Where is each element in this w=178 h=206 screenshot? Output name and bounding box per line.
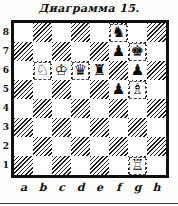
square-e1 bbox=[90, 156, 109, 175]
black-rook-piece: ♜ bbox=[93, 63, 106, 78]
white-king-piece: ♔ bbox=[55, 63, 68, 78]
file-label-b: b bbox=[33, 181, 52, 194]
square-b2 bbox=[33, 137, 52, 156]
square-g2 bbox=[128, 137, 147, 156]
square-b4 bbox=[33, 99, 52, 118]
square-d1 bbox=[71, 156, 90, 175]
square-a2 bbox=[14, 137, 33, 156]
square-b8 bbox=[33, 23, 52, 42]
file-label-e: e bbox=[90, 181, 109, 194]
square-c6: ♔ bbox=[52, 61, 71, 80]
square-e5 bbox=[90, 80, 109, 99]
square-c8 bbox=[52, 23, 71, 42]
square-h1 bbox=[147, 156, 166, 175]
square-f4 bbox=[109, 99, 128, 118]
file-labels: abcdefgh bbox=[14, 178, 169, 194]
file-label-c: c bbox=[52, 181, 71, 194]
rank-labels: 87654321 bbox=[1, 20, 11, 178]
piece-patch: ♘ bbox=[34, 62, 51, 80]
square-b7 bbox=[33, 42, 52, 61]
square-a6 bbox=[14, 61, 33, 80]
square-a1 bbox=[14, 156, 33, 175]
square-a5 bbox=[14, 80, 33, 99]
square-g6: ♟ bbox=[128, 61, 147, 80]
square-d5 bbox=[71, 80, 90, 99]
black-queen-piece: ♛ bbox=[74, 63, 87, 78]
square-b6: ♘ bbox=[33, 61, 52, 80]
square-g8 bbox=[128, 23, 147, 42]
file-label-h: h bbox=[147, 181, 166, 194]
square-f1 bbox=[109, 156, 128, 175]
square-d2 bbox=[71, 137, 90, 156]
rank-label-7: 7 bbox=[1, 42, 11, 61]
square-e7 bbox=[90, 42, 109, 61]
black-pawn-piece: ♟ bbox=[131, 63, 144, 78]
square-h8 bbox=[147, 23, 166, 42]
square-h4 bbox=[147, 99, 166, 118]
square-g3 bbox=[128, 118, 147, 137]
square-f2 bbox=[109, 137, 128, 156]
square-c7 bbox=[52, 42, 71, 61]
square-d7 bbox=[71, 42, 90, 61]
rank-label-4: 4 bbox=[1, 99, 11, 118]
square-f7: ♟ bbox=[109, 42, 128, 61]
square-h6 bbox=[147, 61, 166, 80]
black-knight-piece: ♞ bbox=[112, 25, 125, 40]
piece-patch: ♛ bbox=[72, 62, 89, 80]
square-c3 bbox=[52, 118, 71, 137]
square-g7: ♚ bbox=[128, 42, 147, 61]
square-e4 bbox=[90, 99, 109, 118]
square-h2 bbox=[147, 137, 166, 156]
chess-diagram: 87654321 ♞♟♚♘♔♛♜♟♟♗♖ abcdefgh bbox=[1, 20, 169, 194]
square-f5: ♟ bbox=[109, 80, 128, 99]
rank-label-2: 2 bbox=[1, 137, 11, 156]
file-label-f: f bbox=[109, 181, 128, 194]
file-label-d: d bbox=[71, 181, 90, 194]
rank-label-6: 6 bbox=[1, 61, 11, 80]
square-g1: ♖ bbox=[128, 156, 147, 175]
square-f8: ♞ bbox=[109, 23, 128, 42]
rank-label-8: 8 bbox=[1, 23, 11, 42]
square-d8 bbox=[71, 23, 90, 42]
square-h5 bbox=[147, 80, 166, 99]
square-g4 bbox=[128, 99, 147, 118]
square-h3 bbox=[147, 118, 166, 137]
rank-label-1: 1 bbox=[1, 156, 11, 175]
square-b1 bbox=[33, 156, 52, 175]
square-f3 bbox=[109, 118, 128, 137]
white-rook-piece: ♖ bbox=[131, 158, 144, 173]
square-c2 bbox=[52, 137, 71, 156]
square-e3 bbox=[90, 118, 109, 137]
square-e2 bbox=[90, 137, 109, 156]
square-e6: ♜ bbox=[90, 61, 109, 80]
piece-patch: ♖ bbox=[129, 157, 146, 175]
rank-label-3: 3 bbox=[1, 118, 11, 137]
piece-patch: ♞ bbox=[110, 24, 127, 42]
black-king-piece: ♚ bbox=[131, 44, 144, 59]
square-d3 bbox=[71, 118, 90, 137]
square-a4 bbox=[14, 99, 33, 118]
square-b3 bbox=[33, 118, 52, 137]
square-d4 bbox=[71, 99, 90, 118]
black-pawn-piece: ♟ bbox=[112, 82, 125, 97]
diagram-page: Диаграмма 15. 87654321 ♞♟♚♘♔♛♜♟♟♗♖ abcde… bbox=[0, 0, 178, 206]
square-b5 bbox=[33, 80, 52, 99]
bottom-rule bbox=[0, 203, 178, 204]
square-h7 bbox=[147, 42, 166, 61]
file-label-g: g bbox=[128, 181, 147, 194]
white-knight-piece: ♘ bbox=[36, 63, 49, 78]
file-label-a: a bbox=[14, 181, 33, 194]
square-a3 bbox=[14, 118, 33, 137]
board-wrap: 87654321 ♞♟♚♘♔♛♜♟♟♗♖ bbox=[1, 20, 169, 178]
square-e8 bbox=[90, 23, 109, 42]
square-c4 bbox=[52, 99, 71, 118]
chess-board: ♞♟♚♘♔♛♜♟♟♗♖ bbox=[11, 20, 169, 178]
square-d6: ♛ bbox=[71, 61, 90, 80]
square-c1 bbox=[52, 156, 71, 175]
white-bishop-piece: ♗ bbox=[131, 82, 144, 97]
square-a7 bbox=[14, 42, 33, 61]
piece-patch: ♗ bbox=[129, 81, 146, 99]
square-f6 bbox=[109, 61, 128, 80]
black-pawn-piece: ♟ bbox=[112, 44, 125, 59]
diagram-title: Диаграмма 15. bbox=[0, 0, 178, 15]
square-c5 bbox=[52, 80, 71, 99]
square-a8 bbox=[14, 23, 33, 42]
rank-label-5: 5 bbox=[1, 80, 11, 99]
piece-patch: ♚ bbox=[129, 43, 146, 61]
square-g5: ♗ bbox=[128, 80, 147, 99]
